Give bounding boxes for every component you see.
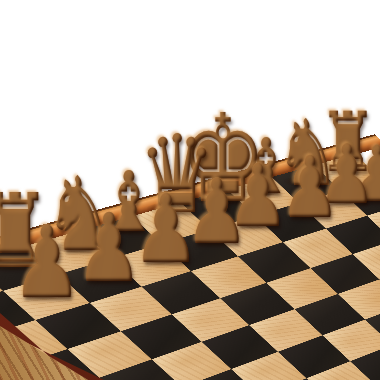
pawn-glyph: ♟ — [11, 213, 83, 313]
scene: ♜♞♝♛♚♝♞♜♟♟♟♟♟♟♟♟ — [0, 0, 380, 380]
pawn-glyph: ♟ — [75, 201, 143, 296]
pieces-layer: ♜♞♝♛♚♝♞♜♟♟♟♟♟♟♟♟ — [0, 0, 380, 380]
